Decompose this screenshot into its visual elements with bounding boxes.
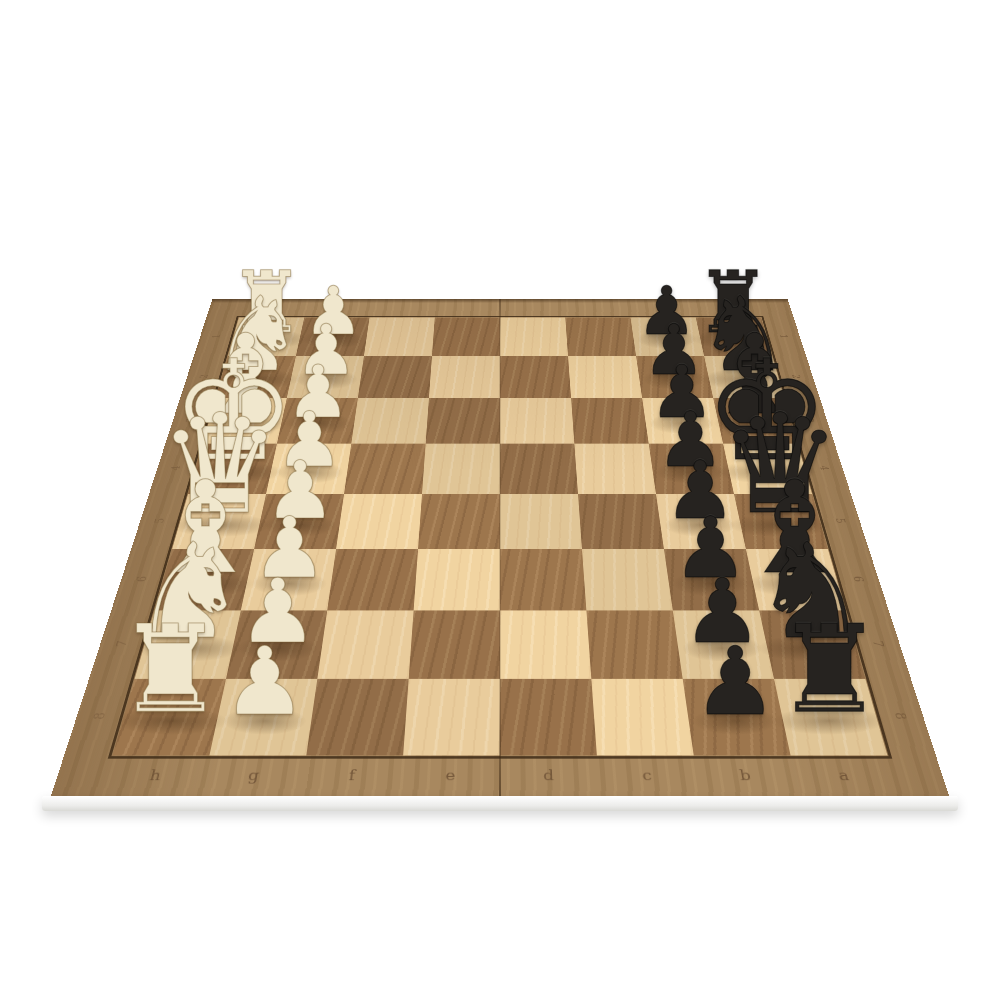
square-col5-row2[interactable] — [571, 398, 649, 444]
square-col2-row0[interactable] — [364, 318, 435, 356]
square-col2-row1[interactable] — [358, 356, 432, 398]
fold-seam-line — [499, 299, 501, 797]
square-col4-row2[interactable] — [500, 398, 574, 444]
square-col4-row3[interactable] — [500, 444, 578, 494]
square-col2-row5[interactable] — [327, 549, 418, 610]
chess-set-product-photo: hgfedcba1234567812345678 ♜♟♜♟♞♟♞♟♝♟♝♟♚♟♚… — [0, 0, 1000, 1000]
square-col4-row6[interactable] — [500, 610, 591, 678]
square-col4-row0[interactable] — [500, 318, 568, 356]
file-label-e: e — [445, 767, 456, 784]
rank-label-right-8: 8 — [891, 712, 910, 719]
file-label-f: f — [348, 767, 357, 784]
square-col4-row7[interactable] — [500, 679, 597, 756]
black-rook[interactable]: ♜ — [775, 609, 883, 729]
file-label-a: a — [836, 767, 851, 784]
square-col3-row7[interactable] — [403, 679, 500, 756]
black-pawn[interactable]: ♟ — [693, 635, 777, 729]
square-col3-row1[interactable] — [429, 356, 500, 398]
rank-label-left-8: 8 — [90, 712, 109, 719]
square-col3-row5[interactable] — [414, 549, 500, 610]
square-col4-row1[interactable] — [500, 356, 571, 398]
square-col5-row6[interactable] — [586, 610, 682, 678]
white-rook[interactable]: ♜ — [117, 609, 225, 729]
board-folded-edge-strip — [42, 796, 958, 811]
file-label-b: b — [738, 767, 753, 784]
file-label-c: c — [641, 767, 653, 784]
square-col5-row3[interactable] — [574, 444, 656, 494]
square-col2-row7[interactable] — [306, 679, 408, 756]
square-col5-row7[interactable] — [591, 679, 693, 756]
square-col5-row0[interactable] — [565, 318, 636, 356]
file-label-d: d — [543, 767, 555, 784]
square-col5-row5[interactable] — [582, 549, 673, 610]
square-col4-row4[interactable] — [500, 494, 582, 549]
square-col3-row3[interactable] — [422, 444, 500, 494]
square-col3-row0[interactable] — [432, 318, 500, 356]
white-pawn[interactable]: ♟ — [223, 635, 307, 729]
square-col2-row4[interactable] — [336, 494, 422, 549]
square-col2-row6[interactable] — [317, 610, 413, 678]
square-col4-row5[interactable] — [500, 549, 586, 610]
file-label-h: h — [148, 767, 164, 784]
file-label-g: g — [247, 767, 262, 784]
square-col3-row2[interactable] — [426, 398, 500, 444]
square-col5-row1[interactable] — [568, 356, 642, 398]
square-col2-row2[interactable] — [351, 398, 429, 444]
square-col5-row4[interactable] — [578, 494, 664, 549]
square-col2-row3[interactable] — [344, 444, 426, 494]
square-col3-row6[interactable] — [409, 610, 500, 678]
square-col3-row4[interactable] — [418, 494, 500, 549]
